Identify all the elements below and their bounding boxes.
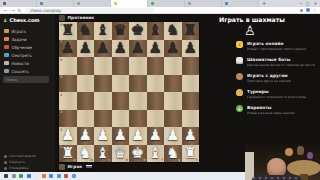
forward-icon[interactable]: → [11, 7, 15, 14]
board-square[interactable]: e♚ [129, 145, 147, 163]
board-square[interactable]: 4 [59, 92, 77, 110]
piece-black-r[interactable]: ♜ [182, 22, 200, 40]
piece-black-k[interactable]: ♚ [129, 22, 147, 40]
webcam-plush-toy [307, 152, 313, 159]
play-menu: ⚡Играть онлайнИграй с противником твоего… [236, 41, 320, 115]
streamer-body [251, 175, 303, 180]
opponent-row: Противник [59, 15, 94, 21]
sidebar-item-label: Новости [12, 61, 29, 66]
board-square[interactable] [129, 75, 147, 93]
piece-black-p[interactable]: ♟ [129, 40, 147, 58]
board-square[interactable]: ♟ [147, 127, 165, 145]
footer-item-icon [4, 161, 7, 164]
tab-favicon [151, 2, 154, 5]
sidebar-item-label: Соцсеть [12, 69, 29, 74]
browser-tabs [0, 0, 259, 7]
board-square[interactable]: 1a♜ [59, 145, 77, 163]
play-item-subtitle: Играй в разные виды шахмат [247, 111, 295, 115]
opponent-name: Противник [68, 15, 95, 20]
board-square[interactable]: ♟ [129, 127, 147, 145]
footer-item-icon [4, 155, 7, 158]
player-flag-icon [85, 164, 93, 170]
tab-favicon [225, 2, 228, 5]
board-square[interactable]: ♟ [164, 40, 182, 58]
close-icon[interactable]: ✕ [314, 1, 317, 6]
taskbar-app-icon[interactable] [27, 174, 31, 178]
new-tab-button[interactable]: + [259, 0, 269, 7]
board-square[interactable] [147, 92, 165, 110]
piece-white-p[interactable]: ♟ [112, 127, 130, 145]
piece-black-r[interactable]: ♜ [59, 22, 77, 40]
tab-favicon [77, 2, 80, 5]
board-square[interactable]: 8♜ [59, 22, 77, 40]
play-item-label: Играть онлайн [247, 41, 306, 46]
handshake-icon [236, 73, 243, 80]
board-square[interactable]: ♝ [147, 22, 165, 40]
sidebar-item[interactable]: Задачи [0, 35, 55, 43]
board-square[interactable] [129, 92, 147, 110]
sidebar-item[interactable]: Соцсеть [0, 67, 55, 75]
piece-white-p[interactable]: ♟ [182, 127, 200, 145]
board-square[interactable]: g♞ [164, 145, 182, 163]
chesscom-page: ♟ Chess.com ИгратьЗадачиОбучениеСмотреть… [0, 14, 320, 172]
board-square[interactable]: 3 [59, 110, 77, 128]
sidebar-item-label: Обучение [12, 45, 32, 50]
board-square[interactable] [112, 75, 130, 93]
browser-tab[interactable] [185, 0, 222, 7]
piece-white-p[interactable]: ♟ [164, 127, 182, 145]
board-square[interactable]: 2♟ [59, 127, 77, 145]
board-square[interactable]: ♚ [129, 22, 147, 40]
player-avatar [59, 164, 65, 170]
taskbar-app-icon[interactable] [34, 174, 38, 178]
variants-icon: + [236, 105, 243, 112]
board-square[interactable]: c♝ [94, 145, 112, 163]
piece-white-p[interactable]: ♟ [129, 127, 147, 145]
taskbar-app-icon[interactable] [19, 174, 23, 178]
piece-black-p[interactable]: ♟ [59, 40, 77, 58]
play-item-text: ТурнирыСражайся с игроками со всего мира [247, 89, 306, 99]
play-item-label: Турниры [247, 89, 306, 94]
chesscom-logo[interactable]: ♟ Chess.com [0, 14, 55, 23]
piece-white-r[interactable]: ♜ [182, 145, 200, 163]
tab-favicon [114, 2, 117, 5]
board-square[interactable] [182, 92, 200, 110]
sidebar-item-icon [4, 61, 9, 66]
reload-icon[interactable]: ↻ [18, 7, 22, 14]
play-item-subtitle: Сражайся с игроками со всего мира [247, 95, 306, 99]
piece-black-b[interactable]: ♝ [147, 22, 165, 40]
piece-black-n[interactable]: ♞ [77, 22, 95, 40]
play-menu-item[interactable]: Шахматные ботыБросай вызов ботам от нови… [236, 57, 320, 67]
board-square[interactable]: ♟ [129, 40, 147, 58]
sidebar-item[interactable]: Обучение [0, 43, 55, 51]
piece-black-p[interactable]: ♟ [164, 40, 182, 58]
play-menu-item[interactable]: Играть с другомПригласи друга на партию [236, 73, 320, 83]
board-square[interactable]: 7♟ [59, 40, 77, 58]
board-square[interactable]: ♟ [112, 40, 130, 58]
opponent-avatar [59, 15, 65, 21]
maximize-icon[interactable]: ▢ [306, 1, 310, 6]
webcam-overlay [245, 144, 320, 180]
board-square[interactable]: ♝ [94, 22, 112, 40]
board-square[interactable] [77, 75, 95, 93]
piece-black-p[interactable]: ♟ [147, 40, 165, 58]
webcam-plush-toy [297, 146, 304, 155]
tab-favicon [3, 2, 6, 5]
piece-black-n[interactable]: ♞ [164, 22, 182, 40]
board-square[interactable] [77, 92, 95, 110]
board-square[interactable] [77, 110, 95, 128]
board-square[interactable]: h♜ [182, 145, 200, 163]
board-square[interactable]: ♟ [147, 40, 165, 58]
piece-white-r[interactable]: ♜ [59, 145, 77, 163]
sidebar-item-icon [4, 45, 9, 50]
chess-board[interactable]: 8♜♞♝♛♚♝♞♜7♟♟♟♟♟♟♟♟65432♟♟♟♟♟♟♟♟1a♜b♞c♝d♛… [59, 22, 199, 162]
back-icon[interactable]: ← [4, 7, 8, 14]
extension-icon[interactable] [300, 9, 303, 12]
taskbar-app-icon[interactable] [72, 174, 76, 178]
taskbar-app-icon[interactable] [57, 174, 61, 178]
play-item-subtitle: Пригласи друга на партию [247, 79, 291, 83]
logo-text: Chess.com [9, 17, 39, 23]
rank-label: 5 [60, 75, 62, 79]
board-square[interactable] [112, 57, 130, 75]
taskbar-app-icon[interactable] [42, 174, 46, 178]
piece-white-p[interactable]: ♟ [59, 127, 77, 145]
board-square[interactable]: ♟ [112, 127, 130, 145]
play-menu-item[interactable]: +ВариантыИграй в разные виды шахмат [236, 105, 320, 115]
minimize-icon[interactable]: ─ [299, 1, 301, 6]
rank-label: 6 [60, 58, 62, 62]
board-square[interactable] [94, 57, 112, 75]
piece-white-p[interactable]: ♟ [94, 127, 112, 145]
taskbar-app-icon[interactable] [64, 174, 68, 178]
lightning-icon: ⚡ [236, 41, 243, 48]
footer-item-label: Свернуть [9, 160, 25, 164]
sidebar-item-label: Играть [12, 29, 27, 34]
board-square[interactable]: f♝ [147, 145, 165, 163]
piece-white-p[interactable]: ♟ [147, 127, 165, 145]
browser-tab[interactable] [74, 0, 111, 7]
footer-item-label: Поддержка [9, 166, 29, 170]
board-square[interactable]: ♟ [182, 127, 200, 145]
board-square[interactable] [164, 110, 182, 128]
board-square[interactable]: ♟ [77, 40, 95, 58]
board-square[interactable] [164, 92, 182, 110]
logo-pawn-icon: ♟ [3, 17, 7, 23]
piece-white-q[interactable]: ♛ [112, 145, 130, 163]
tab-favicon [188, 2, 191, 5]
screen: + ─ ▢ ✕ ← → ↻ chess.com/play ⋮ ♟ Chess.c… [0, 0, 320, 180]
play-item-text: Шахматные ботыБросай вызов ботам от нови… [247, 57, 315, 67]
sidebar: ♟ Chess.com ИгратьЗадачиОбучениеСмотреть… [0, 14, 55, 172]
rank-label: 3 [60, 110, 62, 114]
tab-favicon [40, 2, 43, 5]
play-item-text: ВариантыИграй в разные виды шахмат [247, 105, 295, 115]
taskbar-app-icon[interactable] [12, 174, 16, 178]
board-square[interactable] [129, 110, 147, 128]
sidebar-item-label: Смотреть [12, 53, 32, 58]
sidebar-item[interactable]: Новости [0, 59, 55, 67]
sidebar-menu: ИгратьЗадачиОбучениеСмотретьНовостиСоцсе… [0, 27, 55, 75]
play-item-subtitle: Играй с противником твоего уровня [247, 47, 306, 51]
search-input[interactable] [3, 76, 49, 83]
play-item-text: Играть с другомПригласи друга на партию [247, 73, 291, 83]
footer-item-icon [4, 167, 7, 170]
piece-white-n[interactable]: ♞ [77, 145, 95, 163]
piece-white-n[interactable]: ♞ [164, 145, 182, 163]
board-square[interactable]: ♞ [77, 22, 95, 40]
board-square[interactable] [147, 110, 165, 128]
board-square[interactable]: ♟ [94, 40, 112, 58]
board-square[interactable] [129, 57, 147, 75]
board-square[interactable]: ♟ [77, 127, 95, 145]
browser-tab[interactable] [222, 0, 259, 7]
board-square[interactable] [94, 75, 112, 93]
tab-strip: + ─ ▢ ✕ [0, 0, 320, 7]
address-bar[interactable]: chess.com/play [26, 8, 154, 13]
piece-white-k[interactable]: ♚ [129, 145, 147, 163]
footer-item-label: Светлый режим [9, 154, 36, 158]
piece-white-p[interactable]: ♟ [77, 127, 95, 145]
play-panel: Играть в шахматы ♙ ⚡Играть онлайнИграй с… [215, 14, 320, 149]
piece-white-b[interactable]: ♝ [94, 145, 112, 163]
sidebar-footer: Светлый режимСвернутьПоддержка [0, 153, 55, 171]
board-square[interactable] [182, 57, 200, 75]
board-square[interactable]: ♛ [112, 22, 130, 40]
board-square[interactable]: ♟ [164, 127, 182, 145]
board-square[interactable] [147, 57, 165, 75]
play-menu-item[interactable]: ⚡Играть онлайнИграй с противником твоего… [236, 41, 320, 51]
webcam-wall [245, 152, 254, 180]
play-item-label: Играть с другом [247, 73, 291, 78]
play-item-text: Играть онлайнИграй с противником твоего … [247, 41, 306, 51]
player-row: Игрок [59, 164, 93, 170]
play-item-label: Варианты [247, 105, 295, 110]
player-name: Игрок [68, 164, 83, 169]
piece-black-p[interactable]: ♟ [112, 40, 130, 58]
piece-black-p[interactable]: ♟ [77, 40, 95, 58]
piece-black-p[interactable]: ♟ [182, 40, 200, 58]
sidebar-item-icon [4, 29, 9, 34]
browser-tab[interactable] [111, 0, 148, 7]
play-item-subtitle: Бросай вызов ботам от новичка до мастера [247, 63, 315, 67]
pawn-hero-icon: ♙ [244, 23, 256, 38]
play-panel-title: Играть в шахматы [215, 14, 320, 23]
board-square[interactable]: b♞ [77, 145, 95, 163]
sidebar-item-icon [4, 69, 9, 74]
board-square[interactable] [112, 110, 130, 128]
board-square[interactable]: ♞ [164, 22, 182, 40]
board-square[interactable]: d♛ [112, 145, 130, 163]
play-menu-item[interactable]: ТурнирыСражайся с игроками со всего мира [236, 89, 320, 99]
taskbar-icons [4, 174, 76, 178]
sidebar-item[interactable]: Играть [0, 27, 55, 35]
play-item-label: Шахматные боты [247, 57, 315, 62]
board-square[interactable]: ♟ [182, 40, 200, 58]
board-square[interactable] [77, 57, 95, 75]
sidebar-item-icon [4, 37, 9, 42]
profile-avatar[interactable] [306, 8, 310, 12]
browser-toolbar: ← → ↻ chess.com/play ⋮ [0, 7, 320, 14]
board-square[interactable] [147, 75, 165, 93]
board-square[interactable] [164, 75, 182, 93]
board-square[interactable] [94, 110, 112, 128]
taskbar-app-icon[interactable] [4, 174, 8, 178]
board-square[interactable] [182, 110, 200, 128]
trophy-icon [236, 89, 243, 96]
browser-tab[interactable] [148, 0, 185, 7]
piece-black-q[interactable]: ♛ [112, 22, 130, 40]
board-square[interactable]: 6 [59, 57, 77, 75]
menu-icon[interactable]: ⋮ [313, 7, 318, 14]
board-square[interactable]: ♟ [94, 127, 112, 145]
sidebar-footer-item[interactable]: Поддержка [0, 165, 55, 171]
sidebar-item-icon [4, 53, 9, 58]
sidebar-item-label: Задачи [12, 37, 27, 42]
browser-tab[interactable] [37, 0, 74, 7]
bot-icon [236, 57, 243, 64]
board-square[interactable]: 5 [59, 75, 77, 93]
piece-white-b[interactable]: ♝ [147, 145, 165, 163]
board-square[interactable] [94, 92, 112, 110]
piece-black-b[interactable]: ♝ [94, 22, 112, 40]
board-square[interactable] [112, 92, 130, 110]
toolbar-right: ⋮ [300, 7, 320, 14]
sidebar-item[interactable]: Смотреть [0, 51, 55, 59]
board-square[interactable]: ♜ [182, 22, 200, 40]
rank-label: 4 [60, 93, 62, 97]
piece-black-p[interactable]: ♟ [94, 40, 112, 58]
board-square[interactable] [182, 75, 200, 93]
board-square[interactable] [164, 57, 182, 75]
taskbar-app-icon[interactable] [49, 174, 53, 178]
